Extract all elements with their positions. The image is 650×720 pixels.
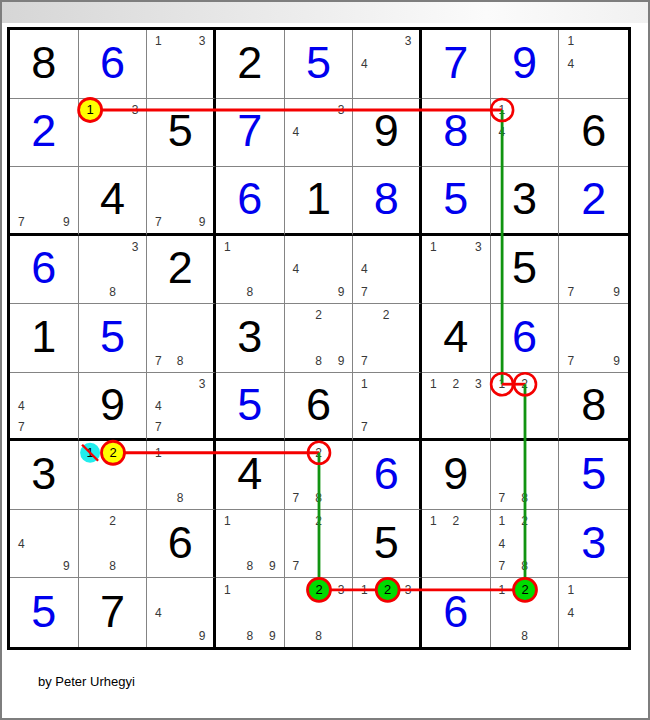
pencil-mark-8: 8: [177, 492, 184, 504]
pencil-mark-7: 7: [499, 492, 506, 504]
cell-r9c9[interactable]: 14: [559, 578, 628, 647]
given-digit: 4: [443, 314, 468, 359]
pencil-mark-8: 8: [521, 560, 528, 572]
cell-r1c8[interactable]: 9: [491, 30, 560, 99]
given-digit: 6: [306, 382, 331, 427]
cell-r8c9[interactable]: 3: [559, 510, 628, 579]
pencil-mark-3: 3: [405, 584, 412, 596]
cell-r9c1[interactable]: 5: [10, 578, 79, 647]
pencil-mark-2: 2: [521, 584, 528, 596]
cell-r1c1[interactable]: 8: [10, 30, 79, 99]
cell-r4c1[interactable]: 6: [10, 236, 79, 305]
pencil-mark-1: 1: [361, 378, 368, 390]
pencil-mark-2: 2: [315, 584, 322, 596]
cell-r8c7[interactable]: 12: [422, 510, 491, 579]
solved-digit: 2: [31, 108, 56, 153]
pencil-mark-1: 1: [87, 447, 94, 459]
cell-r4c7[interactable]: 13: [422, 236, 491, 305]
cell-r3c9[interactable]: 2: [559, 167, 628, 236]
given-digit: 3: [237, 314, 262, 359]
pencil-mark-2: 2: [109, 515, 116, 527]
cell-r1c3[interactable]: 13: [147, 30, 216, 99]
pencil-mark-2: 2: [521, 378, 528, 390]
pencil-mark-1: 1: [499, 378, 506, 390]
pencil-mark-4: 4: [567, 58, 574, 70]
cell-r1c6[interactable]: 34: [353, 30, 422, 99]
solved-digit: 6: [100, 40, 125, 85]
pencil-mark-8: 8: [177, 355, 184, 367]
pencil-mark-4: 4: [155, 400, 162, 412]
cell-r7c6[interactable]: 6: [353, 441, 422, 510]
given-digit: 6: [168, 520, 193, 565]
cell-r3c2[interactable]: 4: [79, 167, 148, 236]
pencil-mark-8: 8: [109, 560, 116, 572]
pencil-mark-1: 1: [224, 515, 231, 527]
cell-r3c8[interactable]: 3: [491, 167, 560, 236]
cell-r4c6[interactable]: 47: [353, 236, 422, 305]
pencil-mark-4: 4: [499, 538, 506, 550]
given-digit: 4: [237, 451, 262, 496]
pencil-mark-4: 4: [361, 58, 368, 70]
cell-r5c7[interactable]: 4: [422, 304, 491, 373]
cell-r8c3[interactable]: 6: [147, 510, 216, 579]
given-digit: 3: [512, 176, 537, 221]
cell-r9c4[interactable]: 189: [216, 578, 285, 647]
cell-r8c4[interactable]: 189: [216, 510, 285, 579]
pencil-mark-1: 1: [430, 515, 437, 527]
given-digit: 2: [168, 246, 193, 291]
cell-r8c8[interactable]: 12478: [491, 510, 560, 579]
solved-digit: 5: [306, 40, 331, 85]
pencil-mark-1: 1: [155, 35, 162, 47]
pencil-mark-1: 1: [155, 447, 162, 459]
given-digit: 4: [100, 176, 125, 221]
pencil-mark-2: 2: [315, 515, 322, 527]
solved-digit: 7: [443, 40, 468, 85]
pencil-mark-2: 2: [315, 447, 322, 459]
cell-r3c3[interactable]: 79: [147, 167, 216, 236]
pencil-mark-4: 4: [361, 263, 368, 275]
cell-r5c8[interactable]: 6: [491, 304, 560, 373]
solved-digit: 8: [374, 176, 399, 221]
author-credit: by Peter Urhegyi: [38, 674, 135, 689]
cell-r6c1[interactable]: 47: [10, 373, 79, 442]
given-digit: 1: [31, 314, 56, 359]
cell-r9c5[interactable]: 238: [285, 578, 354, 647]
cell-r6c6[interactable]: 17: [353, 373, 422, 442]
cell-r9c7[interactable]: 6: [422, 578, 491, 647]
pencil-mark-9: 9: [613, 355, 620, 367]
cell-r7c3[interactable]: 18: [147, 441, 216, 510]
cell-r1c2[interactable]: 6: [79, 30, 148, 99]
pencil-mark-8: 8: [315, 630, 322, 642]
cell-r8c5[interactable]: 27: [285, 510, 354, 579]
cell-r6c2[interactable]: 9: [79, 373, 148, 442]
pencil-mark-1: 1: [224, 584, 231, 596]
solved-digit: 2: [581, 176, 606, 221]
pencil-mark-7: 7: [293, 560, 300, 572]
pencil-mark-7: 7: [293, 492, 300, 504]
cell-r6c5[interactable]: 6: [285, 373, 354, 442]
cell-r2c6[interactable]: 9: [353, 99, 422, 168]
cell-r4c2[interactable]: 38: [79, 236, 148, 305]
pencil-mark-7: 7: [361, 355, 368, 367]
solved-digit: 6: [443, 589, 468, 634]
pencil-mark-2: 2: [521, 515, 528, 527]
cell-r8c6[interactable]: 5: [353, 510, 422, 579]
cell-r3c6[interactable]: 8: [353, 167, 422, 236]
cell-r9c8[interactable]: 128: [491, 578, 560, 647]
cell-r5c2[interactable]: 5: [79, 304, 148, 373]
pencil-mark-4: 4: [293, 126, 300, 138]
pencil-mark-8: 8: [109, 286, 116, 298]
pencil-mark-3: 3: [405, 35, 412, 47]
pencil-mark-8: 8: [246, 286, 253, 298]
cell-r2c1[interactable]: 2: [10, 99, 79, 168]
cell-r6c3[interactable]: 347: [147, 373, 216, 442]
cell-r2c9[interactable]: 6: [559, 99, 628, 168]
given-digit: 5: [512, 246, 537, 291]
cell-r1c5[interactable]: 5: [285, 30, 354, 99]
cell-r5c6[interactable]: 27: [353, 304, 422, 373]
given-digit: 9: [100, 382, 125, 427]
cell-r7c1[interactable]: 3: [10, 441, 79, 510]
given-digit: 8: [31, 40, 56, 85]
cell-r4c8[interactable]: 5: [491, 236, 560, 305]
pencil-mark-1: 1: [499, 515, 506, 527]
cell-r7c5[interactable]: 278: [285, 441, 354, 510]
solved-digit: 5: [581, 451, 606, 496]
pencil-mark-3: 3: [199, 35, 206, 47]
cell-r3c7[interactable]: 5: [422, 167, 491, 236]
given-digit: 9: [443, 451, 468, 496]
pencil-mark-1: 1: [499, 104, 506, 116]
cell-r4c9[interactable]: 79: [559, 236, 628, 305]
cell-r2c8[interactable]: 14: [491, 99, 560, 168]
pencil-mark-2: 2: [383, 309, 390, 321]
pencil-mark-7: 7: [155, 216, 162, 228]
given-digit: 5: [168, 108, 193, 153]
solved-digit: 9: [512, 40, 537, 85]
pencil-mark-8: 8: [521, 492, 528, 504]
solved-digit: 5: [31, 589, 56, 634]
pencil-mark-9: 9: [338, 355, 345, 367]
pencil-mark-3: 3: [132, 241, 139, 253]
pencil-mark-2: 2: [109, 447, 116, 459]
given-digit: 5: [374, 520, 399, 565]
pencil-mark-7: 7: [155, 421, 162, 433]
cell-r5c4[interactable]: 3: [216, 304, 285, 373]
solved-digit: 6: [374, 451, 399, 496]
cell-r1c9[interactable]: 14: [559, 30, 628, 99]
cell-r7c7[interactable]: 9: [422, 441, 491, 510]
pencil-mark-7: 7: [155, 355, 162, 367]
given-digit: 2: [237, 40, 262, 85]
cell-r7c4[interactable]: 4: [216, 441, 285, 510]
cell-r7c9[interactable]: 5: [559, 441, 628, 510]
cell-r9c3[interactable]: 49: [147, 578, 216, 647]
cell-r9c6[interactable]: 123: [353, 578, 422, 647]
pencil-mark-2: 2: [452, 515, 459, 527]
given-digit: 6: [581, 108, 606, 153]
pencil-mark-3: 3: [338, 104, 345, 116]
pencil-mark-9: 9: [338, 286, 345, 298]
cell-r3c4[interactable]: 6: [216, 167, 285, 236]
pencil-mark-8: 8: [521, 630, 528, 642]
pencil-mark-3: 3: [475, 378, 482, 390]
pencil-mark-3: 3: [199, 378, 206, 390]
pencil-mark-4: 4: [155, 607, 162, 619]
cell-r1c7[interactable]: 7: [422, 30, 491, 99]
cell-r6c8[interactable]: 12: [491, 373, 560, 442]
cell-r5c3[interactable]: 78: [147, 304, 216, 373]
pencil-mark-1: 1: [87, 104, 94, 116]
pencil-mark-7: 7: [18, 421, 25, 433]
window-top-strip: [2, 2, 648, 23]
pencil-mark-9: 9: [199, 216, 206, 228]
cell-r6c9[interactable]: 8: [559, 373, 628, 442]
cell-r6c4[interactable]: 5: [216, 373, 285, 442]
pencil-mark-9: 9: [199, 630, 206, 642]
cell-r4c5[interactable]: 49: [285, 236, 354, 305]
cell-r1c4[interactable]: 2: [216, 30, 285, 99]
pencil-mark-7: 7: [499, 560, 506, 572]
cell-r4c3[interactable]: 2: [147, 236, 216, 305]
cell-r3c1[interactable]: 79: [10, 167, 79, 236]
pencil-mark-4: 4: [293, 263, 300, 275]
pencil-mark-9: 9: [269, 630, 276, 642]
cell-r2c7[interactable]: 8: [422, 99, 491, 168]
pencil-mark-9: 9: [269, 560, 276, 572]
pencil-mark-3: 3: [475, 241, 482, 253]
pencil-mark-7: 7: [18, 216, 25, 228]
cell-r8c1[interactable]: 49: [10, 510, 79, 579]
cell-r3c5[interactable]: 1: [285, 167, 354, 236]
cell-r7c2[interactable]: 12: [79, 441, 148, 510]
pencil-mark-9: 9: [63, 216, 70, 228]
pencil-mark-1: 1: [430, 241, 437, 253]
pencil-mark-4: 4: [499, 126, 506, 138]
cell-r7c8[interactable]: 78: [491, 441, 560, 510]
pencil-mark-3: 3: [132, 104, 139, 116]
pencil-mark-2: 2: [315, 309, 322, 321]
given-digit: 1: [306, 176, 331, 221]
pencil-mark-8: 8: [315, 355, 322, 367]
pencil-mark-7: 7: [567, 286, 574, 298]
solved-digit: 8: [443, 108, 468, 153]
cell-r5c1[interactable]: 1: [10, 304, 79, 373]
solved-digit: 3: [581, 520, 606, 565]
pencil-mark-8: 8: [315, 492, 322, 504]
pencil-mark-1: 1: [567, 35, 574, 47]
solved-digit: 6: [31, 246, 56, 291]
pencil-mark-9: 9: [63, 560, 70, 572]
pencil-mark-7: 7: [361, 286, 368, 298]
pencil-mark-7: 7: [567, 355, 574, 367]
pencil-mark-1: 1: [499, 584, 506, 596]
given-digit: 7: [100, 589, 125, 634]
solved-digit: 6: [237, 176, 262, 221]
pencil-mark-4: 4: [567, 607, 574, 619]
cell-r9c2[interactable]: 7: [79, 578, 148, 647]
solved-digit: 6: [512, 314, 537, 359]
solved-digit: 5: [237, 382, 262, 427]
cell-r2c3[interactable]: 5: [147, 99, 216, 168]
cell-r2c5[interactable]: 34: [285, 99, 354, 168]
pencil-mark-1: 1: [430, 378, 437, 390]
pencil-mark-4: 4: [18, 400, 25, 412]
pencil-mark-8: 8: [246, 630, 253, 642]
pencil-mark-3: 3: [338, 584, 345, 596]
solved-digit: 5: [443, 176, 468, 221]
pencil-mark-1: 1: [224, 241, 231, 253]
pencil-mark-2: 2: [452, 378, 459, 390]
pencil-mark-9: 9: [613, 286, 620, 298]
pencil-mark-7: 7: [361, 421, 368, 433]
pencil-mark-4: 4: [18, 538, 25, 550]
solved-digit: 5: [100, 314, 125, 359]
pencil-mark-1: 1: [567, 584, 574, 596]
pencil-mark-1: 1: [361, 584, 368, 596]
cell-r6c7[interactable]: 123: [422, 373, 491, 442]
cell-r8c2[interactable]: 28: [79, 510, 148, 579]
cell-r2c2[interactable]: 13: [79, 99, 148, 168]
cell-r5c9[interactable]: 79: [559, 304, 628, 373]
cell-r5c5[interactable]: 289: [285, 304, 354, 373]
given-digit: 9: [374, 108, 399, 153]
board: 8613253479142135734981467947961853263821…: [7, 27, 631, 650]
pencil-mark-8: 8: [246, 560, 253, 572]
cell-r2c4[interactable]: 7: [216, 99, 285, 168]
pencil-mark-2: 2: [383, 584, 390, 596]
given-digit: 8: [581, 382, 606, 427]
given-digit: 3: [31, 451, 56, 496]
solved-digit: 7: [237, 108, 262, 153]
cell-r4c4[interactable]: 18: [216, 236, 285, 305]
